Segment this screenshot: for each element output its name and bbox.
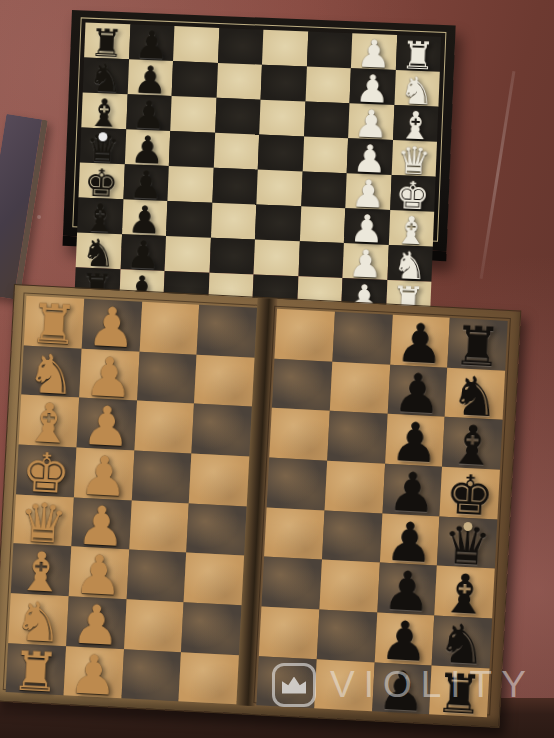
bottom-board-square-r3c0[interactable]: ♚ (16, 444, 76, 497)
top-board-square-r4c0[interactable]: ♚ (78, 162, 124, 199)
watermark: VIOLITY (272, 663, 535, 707)
top-board-square-r3c4[interactable] (258, 134, 304, 171)
top-board-square-r5c1[interactable]: ♟ (122, 199, 168, 236)
bottom-board-square-r0c4[interactable] (274, 309, 334, 362)
top-board-square-r1c2[interactable] (172, 61, 218, 98)
top-board-square-r5c3[interactable] (210, 203, 256, 240)
queen-finial (98, 132, 107, 141)
bottom-board-square-r2c0[interactable]: ♝ (19, 395, 79, 448)
crown-icon (272, 663, 316, 707)
bottom-board-square-r3c4[interactable] (267, 458, 327, 511)
bottom-board-square-r5c1[interactable]: ♟ (68, 547, 128, 600)
top-board-square-r0c6[interactable]: ♟ (351, 33, 397, 70)
bottom-board-square-r6c7[interactable]: ♞ (432, 615, 492, 668)
white-pawn[interactable]: ♟ (68, 649, 119, 701)
queen-finial (463, 522, 472, 531)
top-board-square-r6c3[interactable] (209, 237, 255, 274)
top-board-square-r0c4[interactable] (262, 30, 308, 67)
crown-glyph (282, 677, 306, 694)
bottom-board-square-r3c1[interactable]: ♟ (74, 447, 134, 500)
bottom-board-square-r0c5[interactable] (332, 312, 392, 365)
bottom-board-square-r1c1[interactable]: ♟ (79, 348, 139, 401)
bottom-board-square-r5c7[interactable]: ♝ (434, 566, 494, 619)
top-board-square-r2c5[interactable] (304, 101, 350, 138)
top-board-square-r5c2[interactable] (166, 201, 212, 238)
top-board-square-r3c0[interactable]: ♛ (80, 127, 126, 164)
bottom-board-square-r0c2[interactable] (139, 302, 199, 355)
top-board-square-r6c1[interactable]: ♟ (120, 234, 166, 271)
bottom-board-square-r3c2[interactable] (131, 451, 191, 504)
top-board-square-r6c0[interactable]: ♞ (76, 232, 122, 269)
top-board-square-r3c6[interactable]: ♟ (347, 138, 393, 175)
top-board-square-r3c2[interactable] (169, 131, 215, 168)
top-board-square-r5c0[interactable]: ♝ (77, 197, 123, 234)
bottom-board-square-r1c2[interactable] (137, 351, 197, 404)
top-board-square-r6c2[interactable] (165, 236, 211, 273)
top-board-square-r5c6[interactable]: ♟ (344, 208, 390, 245)
bottom-board-square-r4c5[interactable] (322, 510, 382, 563)
photo-scene: ♜♟♟♜♞♟♟♞♝♟♟♝♛♟♟♛♚♟♟♚♝♟♟♝♞♟♟♞♜♟♟♜ ♜♟♞♟♝♟♚… (0, 0, 554, 738)
bottom-board-square-r0c3[interactable] (197, 305, 257, 358)
bottom-board-square-r6c2[interactable] (124, 599, 184, 652)
top-board-square-r6c7[interactable]: ♞ (387, 245, 433, 282)
bottom-board-square-r0c1[interactable]: ♟ (81, 299, 141, 352)
bottom-board-square-r7c3[interactable] (179, 652, 239, 705)
bottom-board-square-r3c7[interactable]: ♚ (440, 467, 500, 520)
bottom-board-square-r1c3[interactable] (194, 354, 254, 407)
top-board-square-r1c6[interactable]: ♟ (349, 68, 395, 105)
top-board-square-r4c6[interactable]: ♟ (345, 173, 391, 210)
top-board-square-r6c5[interactable] (298, 241, 344, 278)
top-board: ♜♟♟♜♞♟♟♞♝♟♟♝♛♟♟♛♚♟♟♚♝♟♟♝♞♟♟♞♜♟♟♜ (63, 10, 456, 261)
top-board-square-r0c1[interactable]: ♟ (129, 24, 175, 61)
bottom-board-square-r6c3[interactable] (181, 602, 241, 655)
top-board-square-r4c2[interactable] (167, 166, 213, 203)
bottom-board-square-r3c6[interactable]: ♟ (382, 464, 442, 517)
top-board-square-r3c7[interactable]: ♛ (391, 140, 437, 177)
bottom-board-square-r5c2[interactable] (126, 550, 186, 603)
top-board-square-r2c3[interactable] (215, 98, 261, 135)
bottom-board-square-r3c3[interactable] (189, 454, 249, 507)
bottom-board-square-r2c7[interactable]: ♝ (442, 417, 502, 470)
top-board-square-r2c4[interactable] (259, 100, 305, 137)
bottom-board: ♜♟♞♟♝♟♚♟♛♟♝♟♞♟♜♟ ♟♜♟♞♟♝♟♚♟♛♟♝♟♞♟♜ (0, 284, 521, 728)
bottom-board-square-r4c4[interactable] (264, 507, 324, 560)
bottom-board-square-r1c5[interactable] (330, 361, 390, 414)
bottom-board-square-r6c5[interactable] (317, 609, 377, 662)
top-board-square-r2c2[interactable] (170, 96, 216, 133)
top-board-square-r5c5[interactable] (299, 206, 345, 243)
bottom-board-square-r4c6[interactable]: ♟ (379, 513, 439, 566)
bottom-board-square-r2c5[interactable] (327, 411, 387, 464)
bottom-board-square-r4c3[interactable] (186, 503, 246, 556)
bottom-board-square-r1c7[interactable]: ♞ (445, 367, 505, 420)
top-board-square-r3c1[interactable]: ♟ (124, 129, 170, 166)
top-board-square-r6c4[interactable] (254, 239, 300, 276)
bottom-board-square-r4c7[interactable]: ♛ (437, 516, 497, 569)
top-board-square-r1c7[interactable]: ♞ (394, 70, 440, 107)
top-board-square-r2c1[interactable]: ♟ (126, 94, 172, 131)
bottom-board-square-r0c7[interactable]: ♜ (447, 318, 507, 371)
bottom-board-square-r1c4[interactable] (272, 358, 332, 411)
bottom-board-square-r7c0[interactable]: ♜ (6, 643, 66, 696)
top-board-square-r1c5[interactable] (305, 66, 351, 103)
bottom-board-square-r2c3[interactable] (192, 404, 252, 457)
top-board-square-r3c3[interactable] (213, 133, 259, 170)
top-board-square-r0c0[interactable]: ♜ (84, 23, 130, 60)
bottom-board-square-r6c6[interactable]: ♟ (374, 612, 434, 665)
bottom-board-square-r0c0[interactable]: ♜ (24, 296, 84, 349)
top-board-square-r6c6[interactable]: ♟ (342, 243, 388, 280)
watermark-brand: VIOLITY (330, 664, 535, 706)
bottom-board-square-r6c1[interactable]: ♟ (66, 596, 126, 649)
bottom-board-square-r4c2[interactable] (129, 500, 189, 553)
white-rook[interactable]: ♜ (10, 646, 61, 698)
top-board-square-r5c7[interactable]: ♝ (388, 210, 434, 247)
bottom-board-square-r7c2[interactable] (121, 649, 181, 702)
bottom-board-square-r3c5[interactable] (324, 461, 384, 514)
bottom-board-grid: ♜♟♞♟♝♟♚♟♛♟♝♟♞♟♜♟ ♟♜♟♞♟♝♟♚♟♛♟♝♟♞♟♜ (6, 296, 508, 713)
bottom-board-square-r4c1[interactable]: ♟ (71, 497, 131, 550)
bottom-board-square-r6c4[interactable] (259, 606, 319, 659)
bottom-board-square-r2c2[interactable] (134, 401, 194, 454)
top-board-square-r1c4[interactable] (261, 65, 307, 102)
top-board-square-r4c4[interactable] (256, 169, 302, 206)
bottom-board-square-r1c0[interactable]: ♞ (21, 345, 81, 398)
bottom-board-square-r2c6[interactable]: ♟ (385, 414, 445, 467)
top-board-square-r1c3[interactable] (216, 63, 262, 100)
bottom-board-square-r5c4[interactable] (261, 557, 321, 610)
bottom-board-square-r5c5[interactable] (319, 560, 379, 613)
top-board-square-r4c5[interactable] (301, 171, 347, 208)
top-board-grid: ♜♟♟♜♞♟♟♞♝♟♟♝♛♟♟♛♚♟♟♚♝♟♟♝♞♟♟♞♜♟♟♜ (77, 23, 441, 237)
bottom-board-square-r7c1[interactable]: ♟ (63, 646, 123, 699)
bottom-board-square-r0c6[interactable]: ♟ (390, 315, 450, 368)
top-board-square-r0c7[interactable]: ♜ (395, 35, 441, 72)
bottom-board-square-r5c0[interactable]: ♝ (11, 544, 71, 597)
bottom-board-square-r4c0[interactable]: ♛ (13, 494, 73, 547)
top-board-square-r4c3[interactable] (212, 168, 258, 205)
top-board-square-r3c5[interactable] (302, 136, 348, 173)
top-board-square-r0c2[interactable] (173, 26, 219, 63)
top-board-square-r0c3[interactable] (217, 28, 263, 65)
bottom-board-left-half: ♜♟♞♟♝♟♚♟♛♟♝♟♞♟♜♟ (6, 296, 257, 700)
top-board-square-r2c7[interactable]: ♝ (393, 105, 439, 142)
bottom-board-square-r1c6[interactable]: ♟ (387, 364, 447, 417)
bottom-board-square-r2c1[interactable]: ♟ (76, 398, 136, 451)
top-board-square-r1c1[interactable]: ♟ (127, 59, 173, 96)
bottom-board-square-r5c6[interactable]: ♟ (377, 563, 437, 616)
top-board-square-r4c1[interactable]: ♟ (123, 164, 169, 201)
top-board-square-r2c0[interactable]: ♝ (81, 92, 127, 129)
bottom-board-square-r5c3[interactable] (184, 553, 244, 606)
bottom-board-square-r6c0[interactable]: ♞ (8, 593, 68, 646)
bottom-board-right-half: ♟♜♟♞♟♝♟♚♟♛♟♝♟♞♟♜ (257, 309, 508, 713)
top-board-square-r5c4[interactable] (255, 204, 301, 241)
top-board-square-r4c7[interactable]: ♚ (390, 175, 436, 212)
top-board-square-r1c0[interactable]: ♞ (83, 57, 129, 94)
bottom-board-square-r2c4[interactable] (269, 408, 329, 461)
top-board-square-r2c6[interactable]: ♟ (348, 103, 394, 140)
top-board-square-r0c5[interactable] (306, 31, 352, 68)
floor-speck (37, 215, 41, 219)
